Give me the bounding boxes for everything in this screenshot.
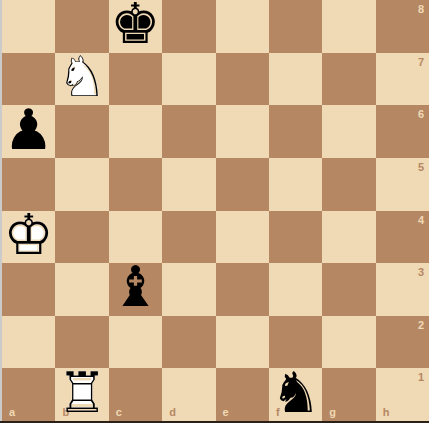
rank-label-4: 4 (418, 215, 424, 226)
square-g6[interactable] (322, 105, 375, 158)
square-d6[interactable] (162, 105, 215, 158)
white-piece-outline-glyph: ♘ (57, 49, 107, 105)
square-h5[interactable]: 5 (376, 158, 429, 211)
rank-label-8: 8 (418, 4, 424, 15)
square-e8[interactable] (216, 0, 269, 53)
white-king-a4[interactable]: ♚♔ (2, 211, 55, 264)
square-c6[interactable] (109, 105, 162, 158)
square-h3[interactable]: 3 (376, 263, 429, 316)
rank-label-5: 5 (418, 162, 424, 173)
square-f7[interactable] (269, 53, 322, 106)
square-h7[interactable]: 7 (376, 53, 429, 106)
square-c1[interactable]: c (109, 368, 162, 421)
square-f6[interactable] (269, 105, 322, 158)
square-e2[interactable] (216, 316, 269, 369)
square-h6[interactable]: 6 (376, 105, 429, 158)
square-f5[interactable] (269, 158, 322, 211)
square-g8[interactable] (322, 0, 375, 53)
square-h2[interactable]: 2 (376, 316, 429, 369)
square-c7[interactable] (109, 53, 162, 106)
square-b1[interactable]: b♜♖ (55, 368, 108, 421)
black-king-c8[interactable]: ♚ (109, 0, 162, 53)
black-pawn-a6[interactable]: ♟ (2, 105, 55, 158)
square-b3[interactable] (55, 263, 108, 316)
square-c2[interactable] (109, 316, 162, 369)
chess-app-page: ♚8♞♘7♟65♚♔4♝32ab♜♖cdef♞gh1 (0, 0, 429, 423)
square-d5[interactable] (162, 158, 215, 211)
file-label-h: h (383, 407, 390, 418)
black-piece-glyph: ♚ (110, 0, 160, 52)
square-d4[interactable] (162, 211, 215, 264)
chess-board[interactable]: ♚8♞♘7♟65♚♔4♝32ab♜♖cdef♞gh1 (2, 0, 429, 421)
white-rook-b1[interactable]: ♜♖ (55, 368, 108, 421)
file-label-c: c (116, 407, 122, 418)
square-c3[interactable]: ♝ (109, 263, 162, 316)
file-label-a: a (9, 407, 15, 418)
square-f3[interactable] (269, 263, 322, 316)
square-d2[interactable] (162, 316, 215, 369)
square-g3[interactable] (322, 263, 375, 316)
square-e4[interactable] (216, 211, 269, 264)
square-g2[interactable] (322, 316, 375, 369)
file-label-d: d (169, 407, 176, 418)
square-f8[interactable] (269, 0, 322, 53)
square-e1[interactable]: e (216, 368, 269, 421)
square-h8[interactable]: 8 (376, 0, 429, 53)
square-e6[interactable] (216, 105, 269, 158)
square-a4[interactable]: ♚♔ (2, 211, 55, 264)
square-g4[interactable] (322, 211, 375, 264)
black-piece-glyph: ♞ (270, 364, 320, 420)
black-piece-glyph: ♝ (110, 259, 160, 315)
square-e3[interactable] (216, 263, 269, 316)
black-knight-f1[interactable]: ♞ (269, 368, 322, 421)
square-d8[interactable] (162, 0, 215, 53)
square-a3[interactable] (2, 263, 55, 316)
square-h1[interactable]: h1 (376, 368, 429, 421)
square-b4[interactable] (55, 211, 108, 264)
square-f1[interactable]: f♞ (269, 368, 322, 421)
square-a1[interactable]: a (2, 368, 55, 421)
square-h4[interactable]: 4 (376, 211, 429, 264)
square-c5[interactable] (109, 158, 162, 211)
square-d3[interactable] (162, 263, 215, 316)
rank-label-3: 3 (418, 267, 424, 278)
rank-label-1: 1 (418, 372, 424, 383)
square-g7[interactable] (322, 53, 375, 106)
square-e5[interactable] (216, 158, 269, 211)
white-knight-b7[interactable]: ♞♘ (55, 53, 108, 106)
square-b7[interactable]: ♞♘ (55, 53, 108, 106)
file-label-g: g (329, 407, 336, 418)
square-d7[interactable] (162, 53, 215, 106)
file-label-e: e (223, 407, 229, 418)
square-a8[interactable] (2, 0, 55, 53)
square-a6[interactable]: ♟ (2, 105, 55, 158)
black-bishop-c3[interactable]: ♝ (109, 263, 162, 316)
rank-label-7: 7 (418, 57, 424, 68)
square-a2[interactable] (2, 316, 55, 369)
rank-label-2: 2 (418, 320, 424, 331)
square-e7[interactable] (216, 53, 269, 106)
square-b5[interactable] (55, 158, 108, 211)
black-piece-glyph: ♟ (4, 101, 54, 157)
white-piece-outline-glyph: ♖ (57, 364, 107, 420)
square-g1[interactable]: g (322, 368, 375, 421)
rank-label-6: 6 (418, 109, 424, 120)
square-d1[interactable]: d (162, 368, 215, 421)
square-c8[interactable]: ♚ (109, 0, 162, 53)
square-g5[interactable] (322, 158, 375, 211)
square-f4[interactable] (269, 211, 322, 264)
square-b6[interactable] (55, 105, 108, 158)
white-piece-outline-glyph: ♔ (4, 207, 54, 263)
